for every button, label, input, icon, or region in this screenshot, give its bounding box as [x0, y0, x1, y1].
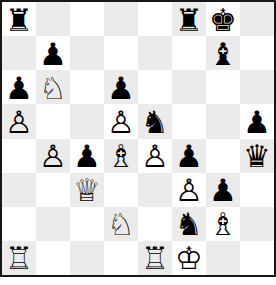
white-knight-icon[interactable]: ♘ [39, 73, 67, 104]
square-g5[interactable] [206, 104, 240, 138]
square-c2[interactable] [70, 207, 104, 241]
black-bishop-icon[interactable]: ♝ [209, 39, 237, 70]
white-bishop-icon[interactable]: ♗ [209, 209, 237, 240]
square-g3[interactable]: ♟ [206, 173, 240, 207]
square-f8[interactable]: ♜ [172, 2, 206, 36]
black-pawn-icon[interactable]: ♟ [39, 39, 67, 70]
square-b7[interactable]: ♟ [36, 36, 70, 70]
square-e6[interactable] [138, 70, 172, 104]
black-pawn-icon[interactable]: ♟ [243, 107, 271, 138]
square-a2[interactable] [2, 207, 36, 241]
square-f3[interactable]: ♙ [172, 173, 206, 207]
square-d4[interactable]: ♗ [104, 139, 138, 173]
white-rook-icon[interactable]: ♖ [141, 243, 169, 274]
square-e4[interactable]: ♙ [138, 139, 172, 173]
square-e5[interactable]: ♞ [138, 104, 172, 138]
white-pawn-icon[interactable]: ♙ [39, 141, 67, 172]
white-pawn-icon[interactable]: ♙ [107, 107, 135, 138]
black-pawn-icon[interactable]: ♟ [73, 141, 101, 172]
white-knight-icon[interactable]: ♘ [107, 209, 135, 240]
square-d3[interactable] [104, 173, 138, 207]
square-b4[interactable]: ♙ [36, 139, 70, 173]
square-h6[interactable] [240, 70, 274, 104]
white-pawn-icon[interactable]: ♙ [141, 141, 169, 172]
black-queen-icon[interactable]: ♛ [243, 141, 271, 172]
square-a1[interactable]: ♖ [2, 241, 36, 275]
square-d5[interactable]: ♙ [104, 104, 138, 138]
square-f4[interactable]: ♟ [172, 139, 206, 173]
square-a5[interactable]: ♙ [2, 104, 36, 138]
square-f7[interactable] [172, 36, 206, 70]
square-g1[interactable] [206, 241, 240, 275]
square-b5[interactable] [36, 104, 70, 138]
square-h1[interactable] [240, 241, 274, 275]
black-knight-icon[interactable]: ♞ [141, 107, 169, 138]
square-c1[interactable] [70, 241, 104, 275]
square-a4[interactable] [2, 139, 36, 173]
black-rook-icon[interactable]: ♜ [5, 5, 33, 36]
square-d8[interactable] [104, 2, 138, 36]
square-c3[interactable]: ♕ [70, 173, 104, 207]
square-a8[interactable]: ♜ [2, 2, 36, 36]
square-f5[interactable] [172, 104, 206, 138]
square-e1[interactable]: ♖ [138, 241, 172, 275]
black-knight-icon[interactable]: ♞ [175, 209, 203, 240]
square-c7[interactable] [70, 36, 104, 70]
square-f1[interactable]: ♔ [172, 241, 206, 275]
square-g2[interactable]: ♗ [206, 207, 240, 241]
white-pawn-icon[interactable]: ♙ [175, 175, 203, 206]
square-b3[interactable] [36, 173, 70, 207]
square-g4[interactable] [206, 139, 240, 173]
white-king-icon[interactable]: ♔ [175, 243, 203, 274]
square-h7[interactable] [240, 36, 274, 70]
white-rook-icon[interactable]: ♖ [5, 243, 33, 274]
square-h8[interactable] [240, 2, 274, 36]
square-f2[interactable]: ♞ [172, 207, 206, 241]
square-c6[interactable] [70, 70, 104, 104]
square-e7[interactable] [138, 36, 172, 70]
square-d2[interactable]: ♘ [104, 207, 138, 241]
square-b8[interactable] [36, 2, 70, 36]
square-b1[interactable] [36, 241, 70, 275]
square-e2[interactable] [138, 207, 172, 241]
square-e8[interactable] [138, 2, 172, 36]
white-pawn-icon[interactable]: ♙ [5, 107, 33, 138]
square-h4[interactable]: ♛ [240, 139, 274, 173]
square-g7[interactable]: ♝ [206, 36, 240, 70]
square-a6[interactable]: ♟ [2, 70, 36, 104]
square-b6[interactable]: ♘ [36, 70, 70, 104]
square-a7[interactable] [2, 36, 36, 70]
black-pawn-icon[interactable]: ♟ [209, 175, 237, 206]
black-king-icon[interactable]: ♚ [209, 5, 237, 36]
square-h3[interactable] [240, 173, 274, 207]
square-h5[interactable]: ♟ [240, 104, 274, 138]
square-h2[interactable] [240, 207, 274, 241]
square-c5[interactable] [70, 104, 104, 138]
white-queen-icon[interactable]: ♕ [73, 175, 101, 206]
square-d7[interactable] [104, 36, 138, 70]
white-bishop-icon[interactable]: ♗ [107, 141, 135, 172]
square-c8[interactable] [70, 2, 104, 36]
chess-board: ♜♜♚♟♝♟♘♟♙♙♞♟♙♟♗♙♟♛♕♙♟♘♞♗♖♖♔ [0, 0, 276, 277]
black-rook-icon[interactable]: ♜ [175, 5, 203, 36]
black-pawn-icon[interactable]: ♟ [5, 73, 33, 104]
black-pawn-icon[interactable]: ♟ [175, 141, 203, 172]
square-g6[interactable] [206, 70, 240, 104]
square-f6[interactable] [172, 70, 206, 104]
square-g8[interactable]: ♚ [206, 2, 240, 36]
square-a3[interactable] [2, 173, 36, 207]
chess-diagram-page: ♜♜♚♟♝♟♘♟♙♙♞♟♙♟♗♙♟♛♕♙♟♘♞♗♖♖♔ [0, 0, 276, 285]
square-c4[interactable]: ♟ [70, 139, 104, 173]
black-pawn-icon[interactable]: ♟ [107, 73, 135, 104]
square-d1[interactable] [104, 241, 138, 275]
square-d6[interactable]: ♟ [104, 70, 138, 104]
square-b2[interactable] [36, 207, 70, 241]
square-e3[interactable] [138, 173, 172, 207]
